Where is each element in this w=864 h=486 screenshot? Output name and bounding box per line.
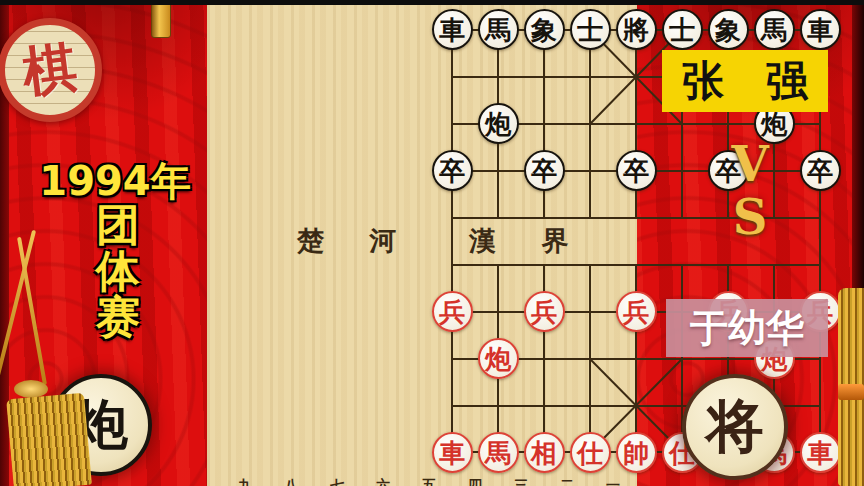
board-cell-5-2[interactable] — [521, 241, 567, 288]
board-cell-3-0[interactable]: 卒 — [429, 147, 475, 194]
red-piece[interactable]: 相 — [524, 432, 565, 473]
board-cell-3-1[interactable] — [475, 147, 521, 194]
board-cell-5-1[interactable] — [475, 241, 521, 288]
black-piece[interactable]: 士 — [662, 9, 703, 50]
board-cell-3-8[interactable]: 卒 — [797, 147, 843, 194]
board-cell-4-1[interactable] — [475, 194, 521, 241]
board-cell-8-1[interactable] — [475, 382, 521, 429]
board-cell-5-4[interactable] — [613, 241, 659, 288]
board-cell-9-4[interactable]: 帥 — [613, 429, 659, 476]
player-name-bottom: 于幼华 — [666, 299, 828, 357]
board-cell-1-1[interactable] — [475, 53, 521, 100]
board-cell-0-2[interactable]: 象 — [521, 6, 567, 53]
vs-label: V S — [700, 138, 800, 244]
board-cell-1-0[interactable] — [429, 53, 475, 100]
tassel-fringe-icon — [6, 393, 92, 486]
board-cell-1-4[interactable] — [613, 53, 659, 100]
board-cell-0-5[interactable]: 士 — [659, 6, 705, 53]
board-cell-5-3[interactable] — [567, 241, 613, 288]
black-piece[interactable]: 卒 — [524, 150, 565, 191]
chess-seal-icon: 棋 — [0, 18, 102, 122]
board-cell-7-4[interactable] — [613, 335, 659, 382]
board-cell-6-0[interactable]: 兵 — [429, 288, 475, 335]
board-cell-9-2[interactable]: 相 — [521, 429, 567, 476]
file-label: 八 — [268, 477, 314, 486]
board-cell-5-6[interactable] — [705, 241, 751, 288]
board-cell-8-8[interactable] — [797, 382, 843, 429]
scene: 楚 河 漢 界 車馬象士將士象馬車炮炮卒卒卒卒卒兵兵兵兵兵炮炮車馬相仕帥仕相馬車… — [0, 0, 864, 486]
board-cell-6-2[interactable]: 兵 — [521, 288, 567, 335]
board-cell-9-1[interactable]: 馬 — [475, 429, 521, 476]
board-cell-1-3[interactable] — [567, 53, 613, 100]
red-piece[interactable]: 帥 — [616, 432, 657, 473]
board-cell-6-3[interactable] — [567, 288, 613, 335]
seal-character: 棋 — [19, 30, 81, 109]
black-piece[interactable]: 士 — [570, 9, 611, 50]
file-label: 三 — [498, 477, 544, 486]
red-piece[interactable]: 馬 — [478, 432, 519, 473]
board-cell-2-4[interactable] — [613, 100, 659, 147]
file-label: 四 — [452, 477, 498, 486]
black-piece[interactable]: 象 — [708, 9, 749, 50]
tassel-cord-icon — [17, 237, 47, 385]
red-piece[interactable]: 炮 — [478, 338, 519, 379]
red-piece[interactable]: 兵 — [524, 291, 565, 332]
file-label: 二 — [544, 477, 590, 486]
board-cell-5-8[interactable] — [797, 241, 843, 288]
top-letterbox-bar — [0, 0, 864, 5]
board-cell-7-1[interactable]: 炮 — [475, 335, 521, 382]
curtain-knob-icon — [151, 2, 171, 38]
black-piece[interactable]: 車 — [800, 9, 841, 50]
left-tassel-icon — [0, 228, 95, 486]
board-cell-8-3[interactable] — [567, 382, 613, 429]
board-cell-8-0[interactable] — [429, 382, 475, 429]
file-label: 九 — [222, 477, 268, 486]
board-cell-7-3[interactable] — [567, 335, 613, 382]
vs-line: V — [700, 138, 800, 191]
decorative-general-piece: 将 — [682, 374, 788, 480]
board-cell-9-8[interactable]: 車 — [797, 429, 843, 476]
red-piece[interactable]: 仕 — [570, 432, 611, 473]
board-cell-4-4[interactable] — [613, 194, 659, 241]
tassel-band-icon — [838, 384, 864, 400]
file-label: 六 — [360, 477, 406, 486]
file-label: 七 — [314, 477, 360, 486]
right-tassel-icon — [838, 288, 864, 486]
black-piece[interactable]: 炮 — [478, 103, 519, 144]
board-cell-7-2[interactable] — [521, 335, 567, 382]
black-piece[interactable]: 卒 — [800, 150, 841, 191]
vs-line: S — [700, 191, 800, 244]
event-char: 赛 — [88, 288, 148, 347]
file-label: 五 — [406, 477, 452, 486]
board-cell-4-3[interactable] — [567, 194, 613, 241]
board-cell-7-0[interactable] — [429, 335, 475, 382]
black-piece[interactable]: 象 — [524, 9, 565, 50]
board-cell-6-1[interactable] — [475, 288, 521, 335]
board-cell-3-2[interactable]: 卒 — [521, 147, 567, 194]
red-piece[interactable]: 兵 — [432, 291, 473, 332]
board-cell-2-1[interactable]: 炮 — [475, 100, 521, 147]
board-cell-4-0[interactable] — [429, 194, 475, 241]
board-cell-1-2[interactable] — [521, 53, 567, 100]
board-cell-0-4[interactable]: 將 — [613, 6, 659, 53]
board-cell-8-4[interactable] — [613, 382, 659, 429]
board-cell-6-4[interactable]: 兵 — [613, 288, 659, 335]
xiangqi-board: 楚 河 漢 界 車馬象士將士象馬車炮炮卒卒卒卒卒兵兵兵兵兵炮炮車馬相仕帥仕相馬車… — [207, 0, 637, 486]
board-cell-2-3[interactable] — [567, 100, 613, 147]
board-cell-3-3[interactable] — [567, 147, 613, 194]
black-piece[interactable]: 將 — [616, 9, 657, 50]
board-cell-4-8[interactable] — [797, 194, 843, 241]
red-piece[interactable]: 兵 — [616, 291, 657, 332]
board-cell-2-2[interactable] — [521, 100, 567, 147]
board-cell-8-2[interactable] — [521, 382, 567, 429]
file-label: 一 — [590, 477, 636, 486]
board-cell-0-0[interactable]: 車 — [429, 6, 475, 53]
board-cell-0-8[interactable]: 車 — [797, 6, 843, 53]
board-cell-3-4[interactable]: 卒 — [613, 147, 659, 194]
black-piece[interactable]: 馬 — [478, 9, 519, 50]
red-piece[interactable]: 車 — [432, 432, 473, 473]
board-cell-5-7[interactable] — [751, 241, 797, 288]
board-cell-9-3[interactable]: 仕 — [567, 429, 613, 476]
file-labels: 九八七六五四三二一 — [222, 477, 636, 486]
board-cell-2-0[interactable] — [429, 100, 475, 147]
black-piece[interactable]: 車 — [432, 9, 473, 50]
black-piece[interactable]: 馬 — [754, 9, 795, 50]
board-cell-0-1[interactable]: 馬 — [475, 6, 521, 53]
board-cell-0-3[interactable]: 士 — [567, 6, 613, 53]
board-cell-5-0[interactable] — [429, 241, 475, 288]
black-piece[interactable]: 卒 — [616, 150, 657, 191]
black-piece[interactable]: 卒 — [432, 150, 473, 191]
red-piece[interactable]: 車 — [800, 432, 841, 473]
board-cell-4-2[interactable] — [521, 194, 567, 241]
board-cell-0-7[interactable]: 馬 — [751, 6, 797, 53]
board-cell-0-6[interactable]: 象 — [705, 6, 751, 53]
river-label-left: 楚 河 — [297, 223, 414, 259]
player-name-top: 张 强 — [662, 50, 828, 112]
board-cell-9-0[interactable]: 車 — [429, 429, 475, 476]
board-cell-5-5[interactable] — [659, 241, 705, 288]
board-cell-4-5[interactable] — [659, 194, 705, 241]
board-cell-3-5[interactable] — [659, 147, 705, 194]
